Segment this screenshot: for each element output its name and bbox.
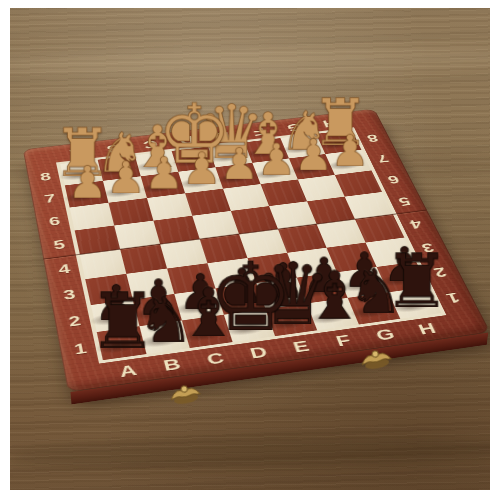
photo-page: AABBCCDDEEFFGGHH1122334455667788♜♞♝♚♛♝♞♜… bbox=[0, 0, 500, 500]
table-surface: AABBCCDDEEFFGGHH1122334455667788♜♞♝♚♛♝♞♜… bbox=[10, 8, 490, 490]
square-a6 bbox=[70, 203, 115, 231]
wood-grain-streak bbox=[10, 433, 490, 472]
file-label-near-e: E bbox=[277, 335, 326, 358]
file-label-near-d: D bbox=[234, 341, 283, 364]
chess-board: AABBCCDDEEFFGGHH1122334455667788♜♞♝♚♛♝♞♜… bbox=[23, 109, 490, 393]
file-label-near-c: C bbox=[191, 347, 239, 370]
file-label-near-a: A bbox=[104, 359, 152, 383]
file-label-near-h: H bbox=[402, 318, 451, 340]
wood-grain-streak bbox=[10, 43, 490, 79]
file-label-near-b: B bbox=[148, 353, 196, 377]
